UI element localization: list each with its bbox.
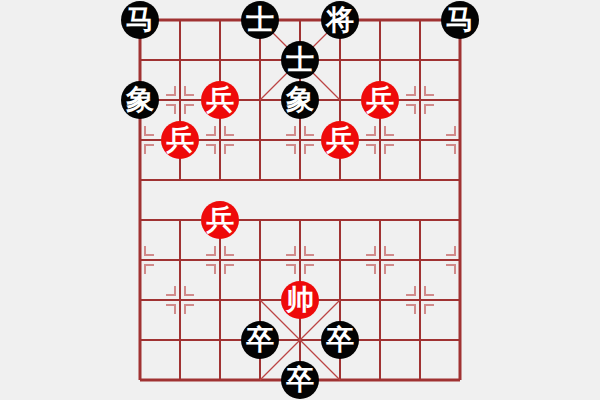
piece-black-soldier[interactable]: 卒	[241, 321, 279, 359]
piece-black-soldier[interactable]: 卒	[321, 321, 359, 359]
piece-black-horse[interactable]: 马	[441, 1, 479, 39]
piece-black-soldier[interactable]: 卒	[281, 361, 319, 399]
piece-grid: 马士将马士象兵象兵兵兵兵帅卒卒卒	[120, 0, 480, 400]
piece-red-soldier[interactable]: 兵	[201, 201, 239, 239]
piece-black-advisor[interactable]: 士	[281, 41, 319, 79]
piece-red-soldier[interactable]: 兵	[161, 121, 199, 159]
piece-black-horse[interactable]: 马	[121, 1, 159, 39]
piece-red-soldier[interactable]: 兵	[321, 121, 359, 159]
piece-red-soldier[interactable]: 兵	[361, 81, 399, 119]
piece-black-elephant[interactable]: 象	[281, 81, 319, 119]
piece-black-elephant[interactable]: 象	[121, 81, 159, 119]
xiangqi-board: 马士将马士象兵象兵兵兵兵帅卒卒卒	[0, 0, 600, 400]
piece-red-soldier[interactable]: 兵	[201, 81, 239, 119]
piece-black-general[interactable]: 将	[321, 1, 359, 39]
piece-black-advisor[interactable]: 士	[241, 1, 279, 39]
piece-red-general[interactable]: 帅	[281, 281, 319, 319]
